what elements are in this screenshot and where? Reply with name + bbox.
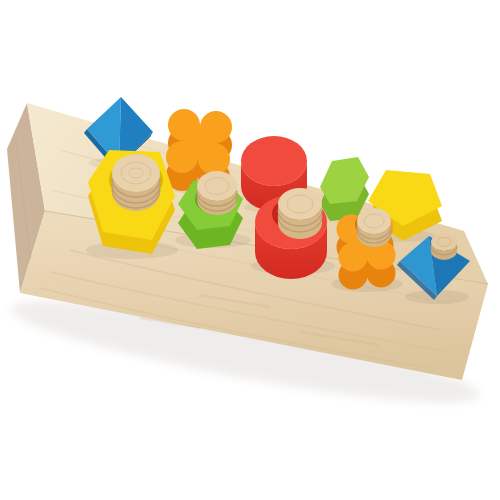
toy-photo-svg [0,0,500,500]
scene-root [6,97,488,421]
screw-head [357,208,391,234]
cylinder-top [241,136,307,186]
screw-head [431,233,457,251]
product-photo [0,0,500,500]
screw-head [197,171,237,201]
screw-head [112,154,160,192]
flower-top-center [183,126,215,158]
screw-head [278,188,322,220]
